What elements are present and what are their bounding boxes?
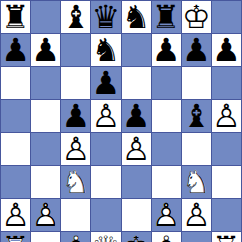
black-rook-a8[interactable]: ♜ — [1, 1, 30, 33]
chess-board: ♜♝♛♞♜♚♔♟♟♞♟♟♟♟♟♟♙♟♝♟♙♟♙♟♙♞♘♞♘♟♙♟♙♟♙♟♙♜♖♝… — [0, 0, 242, 242]
square-d2[interactable] — [91, 199, 120, 231]
square-a1[interactable]: ♜♖ — [1, 232, 30, 242]
square-a4[interactable] — [1, 133, 30, 165]
square-e2[interactable] — [122, 199, 151, 231]
white-pawn-a2[interactable]: ♟♙ — [1, 199, 30, 231]
square-f8[interactable]: ♜ — [152, 1, 181, 33]
square-f2[interactable]: ♟♙ — [152, 199, 181, 231]
black-bishop-c8[interactable]: ♝ — [61, 1, 90, 33]
square-h1[interactable]: ♜♖ — [212, 232, 241, 242]
white-pawn-f2[interactable]: ♟♙ — [152, 199, 181, 231]
black-pawn-h7[interactable]: ♟ — [212, 34, 241, 66]
white-pawn-b2[interactable]: ♟♙ — [31, 199, 60, 231]
square-g6[interactable] — [182, 67, 211, 99]
square-f3[interactable] — [152, 166, 181, 198]
square-d1[interactable]: ♛♕ — [91, 232, 120, 242]
black-pawn-e5[interactable]: ♟ — [122, 100, 151, 132]
square-b1[interactable] — [31, 232, 60, 242]
square-a6[interactable] — [1, 67, 30, 99]
square-f6[interactable] — [152, 67, 181, 99]
square-b7[interactable]: ♟ — [31, 34, 60, 66]
square-c2[interactable] — [61, 199, 90, 231]
square-e6[interactable] — [122, 67, 151, 99]
square-g1[interactable] — [182, 232, 211, 242]
square-g5[interactable]: ♝ — [182, 100, 211, 132]
square-h5[interactable]: ♟♙ — [212, 100, 241, 132]
square-c4[interactable]: ♟♙ — [61, 133, 90, 165]
black-pawn-c5[interactable]: ♟ — [61, 100, 90, 132]
square-e1[interactable]: ♚♔ — [122, 232, 151, 242]
square-d4[interactable] — [91, 133, 120, 165]
square-g4[interactable] — [182, 133, 211, 165]
square-f4[interactable] — [152, 133, 181, 165]
square-e4[interactable]: ♟♙ — [122, 133, 151, 165]
square-a8[interactable]: ♜ — [1, 1, 30, 33]
square-g2[interactable]: ♟♙ — [182, 199, 211, 231]
white-queen-d1[interactable]: ♛♕ — [91, 232, 120, 242]
black-bishop-g5[interactable]: ♝ — [182, 100, 211, 132]
white-bishop-f1[interactable]: ♝♗ — [152, 232, 181, 242]
black-pawn-b7[interactable]: ♟ — [31, 34, 60, 66]
black-rook-f8[interactable]: ♜ — [152, 1, 181, 33]
square-h3[interactable] — [212, 166, 241, 198]
white-rook-h1[interactable]: ♜♖ — [212, 232, 241, 242]
white-bishop-c1[interactable]: ♝♗ — [61, 232, 90, 242]
square-f1[interactable]: ♝♗ — [152, 232, 181, 242]
square-f7[interactable]: ♟ — [152, 34, 181, 66]
square-c8[interactable]: ♝ — [61, 1, 90, 33]
square-b4[interactable] — [31, 133, 60, 165]
square-a2[interactable]: ♟♙ — [1, 199, 30, 231]
white-knight-g3[interactable]: ♞♘ — [182, 166, 211, 198]
square-c6[interactable] — [61, 67, 90, 99]
white-pawn-g2[interactable]: ♟♙ — [182, 199, 211, 231]
square-h2[interactable] — [212, 199, 241, 231]
square-b5[interactable] — [31, 100, 60, 132]
square-e7[interactable] — [122, 34, 151, 66]
square-c7[interactable] — [61, 34, 90, 66]
square-c3[interactable]: ♞♘ — [61, 166, 90, 198]
square-c1[interactable]: ♝♗ — [61, 232, 90, 242]
square-a5[interactable] — [1, 100, 30, 132]
square-h4[interactable] — [212, 133, 241, 165]
square-f5[interactable] — [152, 100, 181, 132]
white-pawn-e4[interactable]: ♟♙ — [122, 133, 151, 165]
square-b3[interactable] — [31, 166, 60, 198]
square-g3[interactable]: ♞♘ — [182, 166, 211, 198]
square-e8[interactable]: ♞ — [122, 1, 151, 33]
white-king-e1[interactable]: ♚♔ — [122, 232, 151, 242]
square-h8[interactable] — [212, 1, 241, 33]
black-pawn-d6[interactable]: ♟ — [91, 67, 120, 99]
black-knight-d7[interactable]: ♞ — [91, 34, 120, 66]
square-d6[interactable]: ♟ — [91, 67, 120, 99]
square-h6[interactable] — [212, 67, 241, 99]
black-pawn-g7[interactable]: ♟ — [182, 34, 211, 66]
white-pawn-c4[interactable]: ♟♙ — [61, 133, 90, 165]
white-rook-a1[interactable]: ♜♖ — [1, 232, 30, 242]
white-knight-c3[interactable]: ♞♘ — [61, 166, 90, 198]
square-a7[interactable]: ♟ — [1, 34, 30, 66]
square-b2[interactable]: ♟♙ — [31, 199, 60, 231]
square-g8[interactable]: ♚♔ — [182, 1, 211, 33]
square-b6[interactable] — [31, 67, 60, 99]
square-d7[interactable]: ♞ — [91, 34, 120, 66]
white-pawn-h5[interactable]: ♟♙ — [212, 100, 241, 132]
square-a3[interactable] — [1, 166, 30, 198]
black-pawn-a7[interactable]: ♟ — [1, 34, 30, 66]
square-c5[interactable]: ♟ — [61, 100, 90, 132]
black-knight-e8[interactable]: ♞ — [122, 1, 151, 33]
square-b8[interactable] — [31, 1, 60, 33]
square-d8[interactable]: ♛ — [91, 1, 120, 33]
black-king-g8[interactable]: ♚♔ — [182, 1, 211, 33]
square-d5[interactable]: ♟♙ — [91, 100, 120, 132]
black-queen-d8[interactable]: ♛ — [91, 1, 120, 33]
square-g7[interactable]: ♟ — [182, 34, 211, 66]
square-e5[interactable]: ♟ — [122, 100, 151, 132]
square-d3[interactable] — [91, 166, 120, 198]
square-e3[interactable] — [122, 166, 151, 198]
square-h7[interactable]: ♟ — [212, 34, 241, 66]
white-pawn-d5[interactable]: ♟♙ — [91, 100, 120, 132]
black-pawn-f7[interactable]: ♟ — [152, 34, 181, 66]
